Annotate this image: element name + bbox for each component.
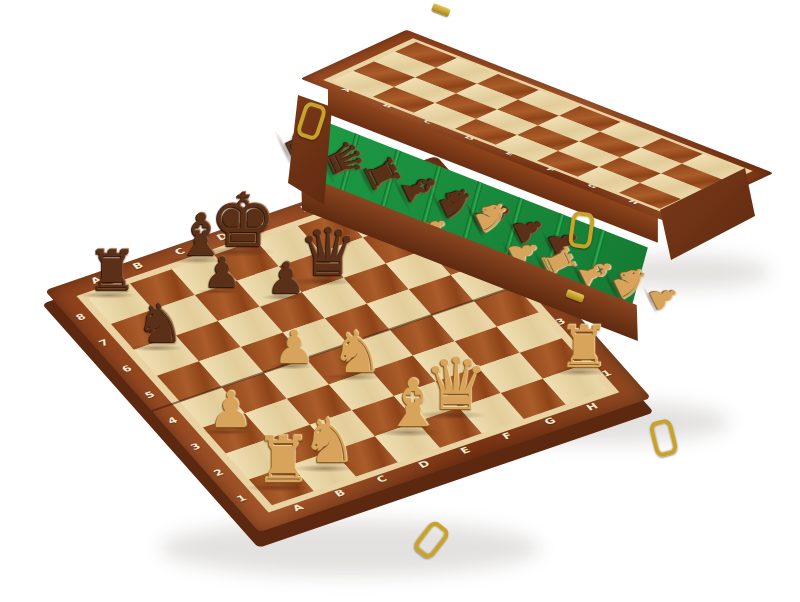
piece-black-P-d6[interactable]: ♟ — [267, 257, 306, 300]
piece-white-R-a1[interactable]: ♜ — [254, 428, 311, 492]
product-photo-stage: ♚♛♜♝♞♝♟♟♟♞♟♜♝♞♟ ABCDEFGH1234 88776655443… — [0, 0, 800, 602]
piece-black-R-a8[interactable]: ♜ — [87, 243, 137, 299]
piece-black-Q-e6[interactable]: ♛ — [298, 220, 357, 286]
piece-white-P-c4[interactable]: ♟ — [273, 324, 314, 370]
piece-white-N-d3[interactable]: ♞ — [331, 323, 383, 381]
piece-black-N-a6[interactable]: ♞ — [136, 297, 184, 351]
piece-black-P-c7[interactable]: ♟ — [203, 252, 241, 294]
case-hinge — [431, 3, 451, 17]
piece-white-R-h1[interactable]: ♜ — [558, 318, 610, 376]
piece-white-P-a3[interactable]: ♟ — [209, 385, 254, 435]
piece-white-B-d1[interactable]: ♝ — [383, 371, 442, 437]
ground-shadow — [160, 520, 540, 576]
